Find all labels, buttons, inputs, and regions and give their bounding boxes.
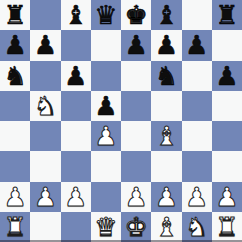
piece-white-rook-icon[interactable]: ♜ [3, 212, 26, 242]
square-c2[interactable]: ♟ [61, 182, 91, 212]
piece-black-queen-icon[interactable]: ♛ [94, 0, 117, 30]
piece-black-pawn-icon[interactable]: ♟ [124, 30, 147, 60]
square-e3[interactable] [121, 151, 151, 181]
square-b3[interactable] [30, 151, 60, 181]
square-b5[interactable]: ♞ [30, 91, 60, 121]
square-c5[interactable] [61, 91, 91, 121]
square-f1[interactable]: ♝ [151, 212, 181, 242]
square-c7[interactable] [61, 30, 91, 60]
square-c1[interactable] [61, 212, 91, 242]
piece-black-pawn-icon[interactable]: ♟ [185, 30, 208, 60]
square-g4[interactable] [182, 121, 212, 151]
square-h4[interactable] [212, 121, 242, 151]
square-g8[interactable] [182, 0, 212, 30]
square-f3[interactable] [151, 151, 181, 181]
square-g1[interactable]: ♞ [182, 212, 212, 242]
square-d5[interactable]: ♟ [91, 91, 121, 121]
square-d4[interactable]: ♟ [91, 121, 121, 151]
piece-white-king-icon[interactable]: ♚ [124, 212, 147, 242]
piece-black-pawn-icon[interactable]: ♟ [155, 30, 178, 60]
square-a5[interactable] [0, 91, 30, 121]
piece-black-king-icon[interactable]: ♚ [124, 0, 147, 30]
piece-white-pawn-icon[interactable]: ♟ [215, 182, 238, 212]
piece-white-pawn-icon[interactable]: ♟ [94, 121, 117, 151]
square-d2[interactable] [91, 182, 121, 212]
square-g5[interactable] [182, 91, 212, 121]
square-f6[interactable]: ♞ [151, 61, 181, 91]
piece-black-rook-icon[interactable]: ♜ [215, 0, 238, 30]
square-a3[interactable] [0, 151, 30, 181]
square-a2[interactable]: ♟ [0, 182, 30, 212]
square-h2[interactable]: ♟ [212, 182, 242, 212]
piece-black-pawn-icon[interactable]: ♟ [64, 61, 87, 91]
square-g7[interactable]: ♟ [182, 30, 212, 60]
square-e8[interactable]: ♚ [121, 0, 151, 30]
square-g3[interactable] [182, 151, 212, 181]
square-h1[interactable]: ♜ [212, 212, 242, 242]
piece-black-knight-icon[interactable]: ♞ [155, 61, 178, 91]
square-d8[interactable]: ♛ [91, 0, 121, 30]
square-e1[interactable]: ♚ [121, 212, 151, 242]
piece-black-bishop-icon[interactable]: ♝ [155, 0, 178, 30]
piece-white-rook-icon[interactable]: ♜ [215, 212, 238, 242]
square-e5[interactable] [121, 91, 151, 121]
piece-white-pawn-icon[interactable]: ♟ [155, 182, 178, 212]
square-d1[interactable]: ♛ [91, 212, 121, 242]
square-e7[interactable]: ♟ [121, 30, 151, 60]
square-a4[interactable] [0, 121, 30, 151]
square-g6[interactable] [182, 61, 212, 91]
piece-black-rook-icon[interactable]: ♜ [3, 0, 26, 30]
piece-white-knight-icon[interactable]: ♞ [185, 212, 208, 242]
square-b6[interactable] [30, 61, 60, 91]
piece-white-pawn-icon[interactable]: ♟ [64, 182, 87, 212]
square-h6[interactable]: ♟ [212, 61, 242, 91]
square-f5[interactable] [151, 91, 181, 121]
square-b1[interactable] [30, 212, 60, 242]
square-d6[interactable] [91, 61, 121, 91]
square-f8[interactable]: ♝ [151, 0, 181, 30]
piece-white-knight-icon[interactable]: ♞ [34, 91, 57, 121]
square-d3[interactable] [91, 151, 121, 181]
square-f4[interactable]: ♝ [151, 121, 181, 151]
square-a8[interactable]: ♜ [0, 0, 30, 30]
square-a1[interactable]: ♜ [0, 212, 30, 242]
square-e2[interactable]: ♟ [121, 182, 151, 212]
piece-black-pawn-icon[interactable]: ♟ [215, 61, 238, 91]
square-a6[interactable]: ♞ [0, 61, 30, 91]
piece-white-pawn-icon[interactable]: ♟ [3, 182, 26, 212]
piece-black-bishop-icon[interactable]: ♝ [64, 0, 87, 30]
piece-black-knight-icon[interactable]: ♞ [3, 61, 26, 91]
square-b7[interactable]: ♟ [30, 30, 60, 60]
piece-black-pawn-icon[interactable]: ♟ [94, 91, 117, 121]
square-g2[interactable]: ♟ [182, 182, 212, 212]
square-f7[interactable]: ♟ [151, 30, 181, 60]
square-b2[interactable]: ♟ [30, 182, 60, 212]
square-h7[interactable] [212, 30, 242, 60]
piece-black-pawn-icon[interactable]: ♟ [3, 30, 26, 60]
piece-white-queen-icon[interactable]: ♛ [94, 212, 117, 242]
square-h8[interactable]: ♜ [212, 0, 242, 30]
square-h3[interactable] [212, 151, 242, 181]
square-d7[interactable] [91, 30, 121, 60]
piece-white-bishop-icon[interactable]: ♝ [155, 212, 178, 242]
square-c6[interactable]: ♟ [61, 61, 91, 91]
square-h5[interactable] [212, 91, 242, 121]
square-c4[interactable] [61, 121, 91, 151]
piece-white-pawn-icon[interactable]: ♟ [185, 182, 208, 212]
piece-white-pawn-icon[interactable]: ♟ [34, 182, 57, 212]
square-b4[interactable] [30, 121, 60, 151]
chess-board: ♜♝♛♚♝♜♟♟♟♟♟♞♟♞♟♞♟♟♝♟♟♟♟♟♟♟♜♛♚♝♞♜ [0, 0, 242, 242]
square-e4[interactable] [121, 121, 151, 151]
square-a7[interactable]: ♟ [0, 30, 30, 60]
square-f2[interactable]: ♟ [151, 182, 181, 212]
piece-black-pawn-icon[interactable]: ♟ [34, 30, 57, 60]
square-c3[interactable] [61, 151, 91, 181]
square-c8[interactable]: ♝ [61, 0, 91, 30]
piece-white-bishop-icon[interactable]: ♝ [155, 121, 178, 151]
square-b8[interactable] [30, 0, 60, 30]
square-e6[interactable] [121, 61, 151, 91]
piece-white-pawn-icon[interactable]: ♟ [124, 182, 147, 212]
